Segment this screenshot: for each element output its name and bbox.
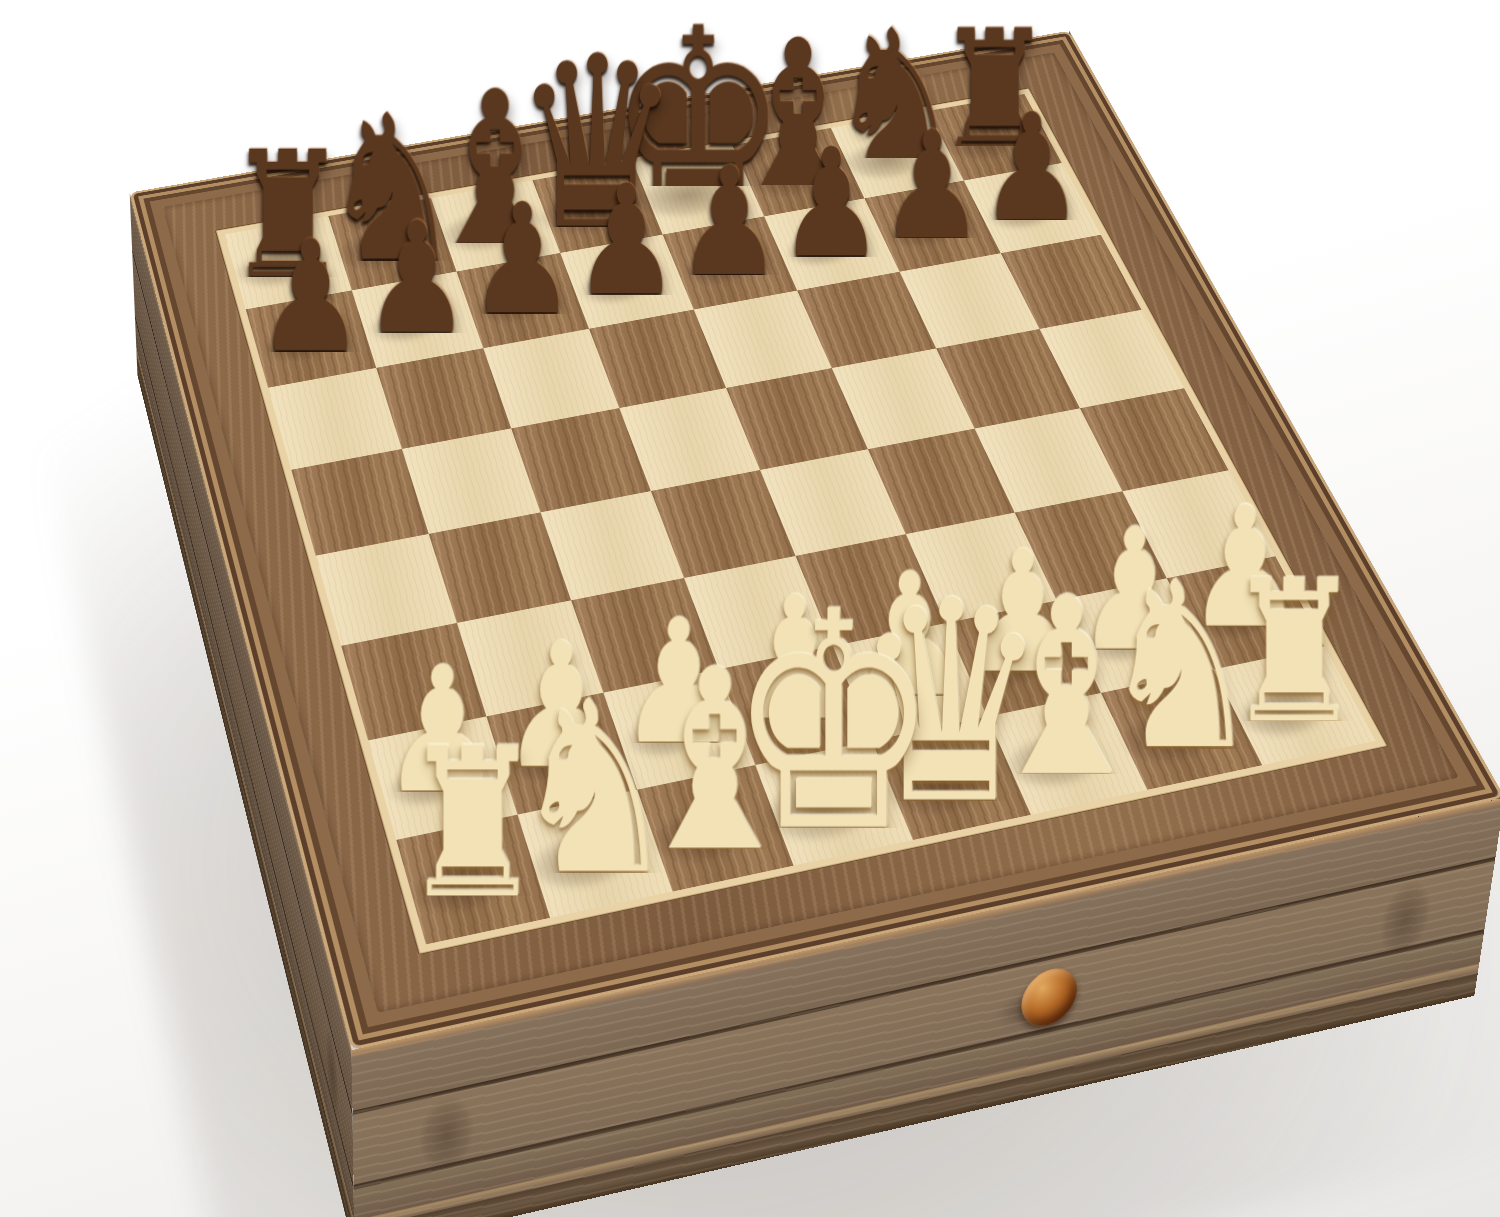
drawer-scallop-left-face: [326, 1013, 339, 1133]
drawer-scallop-right: [1376, 877, 1435, 959]
product-photo-backdrop: ♜♞♝♛♚♝♞♜♟♟♟♟♟♟♟♟♟♟♟♟♟♟♟♟♜♞♝♚♛♝♞♜: [0, 0, 1500, 1217]
drawer-knob: [1019, 963, 1079, 1031]
scene-3d: ♜♞♝♛♚♝♞♜♟♟♟♟♟♟♟♟♟♟♟♟♟♟♟♟♜♞♝♚♛♝♞♜: [0, 0, 1500, 1217]
drawer-scallop-left: [419, 1092, 473, 1177]
chess-box: ♜♞♝♛♚♝♞♜♟♟♟♟♟♟♟♟♟♟♟♟♟♟♟♟♜♞♝♚♛♝♞♜: [130, 31, 1500, 1050]
